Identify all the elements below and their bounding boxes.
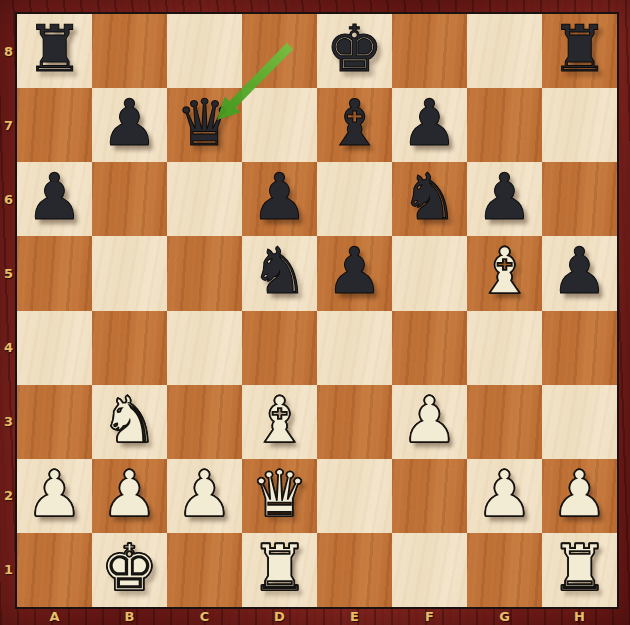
- square-f2[interactable]: [392, 459, 467, 533]
- black-pawn[interactable]: ♟: [401, 91, 458, 155]
- square-b4[interactable]: [92, 311, 167, 385]
- square-a4[interactable]: [17, 311, 92, 385]
- rank-labels: 87654321: [0, 14, 17, 607]
- square-c3[interactable]: [167, 385, 242, 459]
- square-b3[interactable]: ♞: [92, 385, 167, 459]
- file-label-g: G: [467, 607, 542, 625]
- rank-label-7: 7: [0, 88, 17, 162]
- rank-label-1: 1: [0, 533, 17, 607]
- white-knight[interactable]: ♞: [101, 388, 158, 452]
- square-h1[interactable]: ♜: [542, 533, 617, 607]
- file-label-h: H: [542, 607, 617, 625]
- square-d5[interactable]: ♞: [242, 236, 317, 310]
- square-h8[interactable]: ♜: [542, 14, 617, 88]
- square-e8[interactable]: ♚: [317, 14, 392, 88]
- white-pawn[interactable]: ♟: [26, 462, 83, 526]
- rank-label-2: 2: [0, 459, 17, 533]
- white-pawn[interactable]: ♟: [551, 462, 608, 526]
- square-a1[interactable]: [17, 533, 92, 607]
- square-h3[interactable]: [542, 385, 617, 459]
- square-c7[interactable]: ♛: [167, 88, 242, 162]
- square-b6[interactable]: [92, 162, 167, 236]
- black-rook[interactable]: ♜: [26, 17, 83, 81]
- file-label-e: E: [317, 607, 392, 625]
- square-g1[interactable]: [467, 533, 542, 607]
- square-c5[interactable]: [167, 236, 242, 310]
- rank-label-5: 5: [0, 236, 17, 310]
- square-b7[interactable]: ♟: [92, 88, 167, 162]
- black-knight[interactable]: ♞: [401, 165, 458, 229]
- square-h4[interactable]: [542, 311, 617, 385]
- square-c2[interactable]: ♟: [167, 459, 242, 533]
- black-pawn[interactable]: ♟: [251, 165, 308, 229]
- file-label-d: D: [242, 607, 317, 625]
- black-pawn[interactable]: ♟: [101, 91, 158, 155]
- white-king[interactable]: ♚: [101, 536, 158, 600]
- square-b1[interactable]: ♚: [92, 533, 167, 607]
- square-d2[interactable]: ♛: [242, 459, 317, 533]
- square-e4[interactable]: [317, 311, 392, 385]
- square-f5[interactable]: [392, 236, 467, 310]
- square-a8[interactable]: ♜: [17, 14, 92, 88]
- square-d7[interactable]: [242, 88, 317, 162]
- square-f6[interactable]: ♞: [392, 162, 467, 236]
- file-label-a: A: [17, 607, 92, 625]
- square-e3[interactable]: [317, 385, 392, 459]
- square-c8[interactable]: [167, 14, 242, 88]
- chessboard: ♜♚♜♟♛♝♟♟♟♞♟♞♟♝♟♞♝♟♟♟♟♛♟♟♚♜♜: [17, 14, 617, 607]
- square-a5[interactable]: [17, 236, 92, 310]
- file-labels: ABCDEFGH: [17, 607, 617, 625]
- square-a3[interactable]: [17, 385, 92, 459]
- black-king[interactable]: ♚: [326, 17, 383, 81]
- square-e5[interactable]: ♟: [317, 236, 392, 310]
- square-g2[interactable]: ♟: [467, 459, 542, 533]
- square-g4[interactable]: [467, 311, 542, 385]
- square-c4[interactable]: [167, 311, 242, 385]
- square-a6[interactable]: ♟: [17, 162, 92, 236]
- square-b8[interactable]: [92, 14, 167, 88]
- black-pawn[interactable]: ♟: [476, 165, 533, 229]
- white-bishop[interactable]: ♝: [251, 388, 308, 452]
- square-d1[interactable]: ♜: [242, 533, 317, 607]
- square-f3[interactable]: ♟: [392, 385, 467, 459]
- square-f4[interactable]: [392, 311, 467, 385]
- square-f8[interactable]: [392, 14, 467, 88]
- square-g7[interactable]: [467, 88, 542, 162]
- file-label-c: C: [167, 607, 242, 625]
- square-e6[interactable]: [317, 162, 392, 236]
- square-d8[interactable]: [242, 14, 317, 88]
- square-g8[interactable]: [467, 14, 542, 88]
- square-f7[interactable]: ♟: [392, 88, 467, 162]
- square-d4[interactable]: [242, 311, 317, 385]
- white-pawn[interactable]: ♟: [101, 462, 158, 526]
- rank-label-6: 6: [0, 162, 17, 236]
- square-a2[interactable]: ♟: [17, 459, 92, 533]
- square-b2[interactable]: ♟: [92, 459, 167, 533]
- rank-label-4: 4: [0, 311, 17, 385]
- black-rook[interactable]: ♜: [551, 17, 608, 81]
- white-bishop[interactable]: ♝: [476, 239, 533, 303]
- black-pawn[interactable]: ♟: [551, 239, 608, 303]
- file-label-f: F: [392, 607, 467, 625]
- white-pawn[interactable]: ♟: [476, 462, 533, 526]
- white-pawn[interactable]: ♟: [401, 388, 458, 452]
- square-b5[interactable]: [92, 236, 167, 310]
- white-pawn[interactable]: ♟: [176, 462, 233, 526]
- square-h2[interactable]: ♟: [542, 459, 617, 533]
- square-g3[interactable]: [467, 385, 542, 459]
- rank-label-3: 3: [0, 385, 17, 459]
- white-queen[interactable]: ♛: [251, 462, 308, 526]
- square-c1[interactable]: [167, 533, 242, 607]
- black-bishop[interactable]: ♝: [326, 91, 383, 155]
- square-f1[interactable]: [392, 533, 467, 607]
- white-rook[interactable]: ♜: [551, 536, 608, 600]
- square-d3[interactable]: ♝: [242, 385, 317, 459]
- square-e7[interactable]: ♝: [317, 88, 392, 162]
- black-queen[interactable]: ♛: [176, 91, 233, 155]
- square-h5[interactable]: ♟: [542, 236, 617, 310]
- square-e2[interactable]: [317, 459, 392, 533]
- white-rook[interactable]: ♜: [251, 536, 308, 600]
- rank-label-8: 8: [0, 14, 17, 88]
- square-a7[interactable]: [17, 88, 92, 162]
- file-label-b: B: [92, 607, 167, 625]
- square-e1[interactable]: [317, 533, 392, 607]
- square-g6[interactable]: ♟: [467, 162, 542, 236]
- chessboard-frame: ♜♚♜♟♛♝♟♟♟♞♟♞♟♝♟♞♝♟♟♟♟♛♟♟♚♜♜ 87654321 ABC…: [0, 0, 630, 625]
- square-d6[interactable]: ♟: [242, 162, 317, 236]
- black-pawn[interactable]: ♟: [26, 165, 83, 229]
- black-pawn[interactable]: ♟: [326, 239, 383, 303]
- square-g5[interactable]: ♝: [467, 236, 542, 310]
- square-h7[interactable]: [542, 88, 617, 162]
- square-h6[interactable]: [542, 162, 617, 236]
- black-knight[interactable]: ♞: [251, 239, 308, 303]
- square-c6[interactable]: [167, 162, 242, 236]
